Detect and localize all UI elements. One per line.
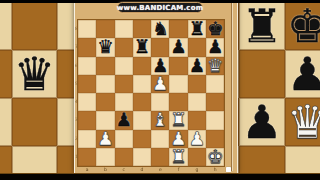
file-labels: abcdefgh <box>78 167 224 173</box>
square-b4[interactable] <box>96 93 114 111</box>
square-h3[interactable] <box>206 111 224 129</box>
piece-black-rook-g8: ♜ <box>241 2 282 50</box>
square-h6: ♛ <box>285 98 320 146</box>
file-label-e: e <box>151 167 169 173</box>
square-h1[interactable]: ♚ <box>206 148 224 166</box>
square-b1[interactable] <box>96 148 114 166</box>
square-e3[interactable]: ♝ <box>151 111 169 129</box>
square-d5[interactable] <box>133 75 151 93</box>
piece-white-rook-f1[interactable]: ♜ <box>170 148 187 166</box>
bandicam-watermark: www.BANDICAM.com <box>117 2 203 13</box>
square-a4[interactable] <box>78 93 96 111</box>
piece-black-pawn-c3[interactable]: ♟ <box>115 111 132 129</box>
square-f5[interactable] <box>169 75 187 93</box>
square-g8[interactable]: ♜ <box>188 20 206 38</box>
piece-white-king-h1[interactable]: ♚ <box>207 148 224 166</box>
square-b5[interactable] <box>96 75 114 93</box>
square-h6[interactable]: ♛ <box>206 57 224 75</box>
piece-black-knight-e8[interactable]: ♞ <box>152 20 169 38</box>
square-g1[interactable] <box>188 148 206 166</box>
square-e1[interactable] <box>151 148 169 166</box>
square-g2[interactable]: ♟ <box>188 130 206 148</box>
square-h5[interactable] <box>206 75 224 93</box>
square-c1[interactable] <box>115 148 133 166</box>
piece-white-queen-h6[interactable]: ♛ <box>207 57 224 75</box>
square-d3[interactable] <box>133 111 151 129</box>
square-e7[interactable] <box>151 38 169 56</box>
square-c7[interactable] <box>115 38 133 56</box>
piece-black-queen-b7[interactable]: ♛ <box>97 38 114 56</box>
square-a7[interactable] <box>78 38 96 56</box>
piece-black-rook-d7[interactable]: ♜ <box>134 38 151 56</box>
square-c8[interactable] <box>115 20 133 38</box>
square-d1[interactable] <box>133 148 151 166</box>
piece-white-pawn-b2[interactable]: ♟ <box>97 130 114 148</box>
square-h4[interactable] <box>206 93 224 111</box>
piece-white-pawn-e5[interactable]: ♟ <box>152 75 169 93</box>
square-h7: ♟ <box>285 50 320 98</box>
file-label-d: d <box>133 167 151 173</box>
watermark-text: www.BANDICAM.com <box>117 4 203 12</box>
square-f6[interactable] <box>169 57 187 75</box>
square-c6[interactable] <box>115 57 133 75</box>
square-a5[interactable] <box>78 75 96 93</box>
piece-black-rook-g8[interactable]: ♜ <box>189 20 206 38</box>
square-e2[interactable] <box>151 130 169 148</box>
piece-black-pawn-g6: ♟ <box>241 98 282 146</box>
square-b8 <box>12 2 58 50</box>
square-b6[interactable] <box>96 57 114 75</box>
chess-board-window: 87654321 ♞♜♚♛♜♟♟♟♟♛♟♟♝♜♟♟♟♜♚ abcdefgh <box>74 0 238 173</box>
square-d2[interactable] <box>133 130 151 148</box>
square-h7[interactable]: ♟ <box>206 38 224 56</box>
square-b7: ♛ <box>12 50 58 98</box>
piece-black-pawn-h7[interactable]: ♟ <box>207 38 224 56</box>
square-d7[interactable]: ♜ <box>133 38 151 56</box>
file-label-f: f <box>169 167 187 173</box>
square-g6[interactable]: ♟ <box>188 57 206 75</box>
square-c2[interactable] <box>115 130 133 148</box>
square-c5[interactable] <box>115 75 133 93</box>
square-f7[interactable]: ♟ <box>169 38 187 56</box>
square-b7[interactable]: ♛ <box>96 38 114 56</box>
square-a1[interactable] <box>78 148 96 166</box>
piece-black-pawn-h7: ♟ <box>287 50 320 98</box>
square-a2[interactable] <box>78 130 96 148</box>
square-g4[interactable] <box>188 93 206 111</box>
video-frame: ♞♜♚♛♜♟♟♟♟♛♟♟♝♜♟♟♟♜♚ 87654321 ♞♜♚♛♜♟♟♟♟♛♟… <box>0 0 320 180</box>
square-a6 <box>0 98 12 146</box>
square-c3[interactable]: ♟ <box>115 111 133 129</box>
square-g7 <box>239 50 285 98</box>
square-f1[interactable]: ♜ <box>169 148 187 166</box>
letterbox-bottom <box>0 173 320 180</box>
square-g7[interactable] <box>188 38 206 56</box>
square-h8: ♚ <box>285 2 320 50</box>
chess-board[interactable]: ♞♜♚♛♜♟♟♟♟♛♟♟♝♜♟♟♟♜♚ <box>78 20 224 166</box>
piece-white-bishop-e3[interactable]: ♝ <box>152 111 169 129</box>
piece-white-queen-h6: ♛ <box>287 98 320 146</box>
file-label-g: g <box>188 167 206 173</box>
piece-black-pawn-g6[interactable]: ♟ <box>189 57 206 75</box>
square-e8[interactable]: ♞ <box>151 20 169 38</box>
square-a8 <box>0 2 12 50</box>
square-a8[interactable] <box>78 20 96 38</box>
square-a7 <box>0 50 12 98</box>
square-b6 <box>12 98 58 146</box>
square-d4[interactable] <box>133 93 151 111</box>
piece-black-king-h8: ♚ <box>287 2 320 50</box>
square-g5[interactable] <box>188 75 206 93</box>
square-g6: ♟ <box>239 98 285 146</box>
square-e5[interactable]: ♟ <box>151 75 169 93</box>
square-b2[interactable]: ♟ <box>96 130 114 148</box>
resize-grip-icon[interactable] <box>226 167 231 172</box>
frame-groove-highlight <box>232 2 233 171</box>
piece-black-queen-b7: ♛ <box>14 50 55 98</box>
square-g8: ♜ <box>239 2 285 50</box>
square-a3[interactable] <box>78 111 96 129</box>
square-a6[interactable] <box>78 57 96 75</box>
piece-white-pawn-g2[interactable]: ♟ <box>189 130 206 148</box>
file-label-c: c <box>115 167 133 173</box>
file-label-a: a <box>78 167 96 173</box>
file-label-h: h <box>206 167 224 173</box>
file-label-b: b <box>96 167 114 173</box>
piece-black-pawn-f7[interactable]: ♟ <box>170 38 187 56</box>
square-d6[interactable] <box>133 57 151 75</box>
board-frame: ♞♜♚♛♜♟♟♟♟♛♟♟♝♜♟♟♟♜♚ <box>77 19 225 167</box>
